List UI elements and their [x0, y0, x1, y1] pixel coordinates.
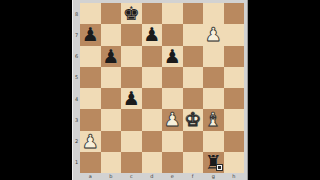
square-d1[interactable]	[142, 152, 163, 173]
square-c8[interactable]: ♚	[121, 3, 142, 24]
square-c1[interactable]	[121, 152, 142, 173]
rank-label-1: 1	[73, 152, 80, 173]
piece-black-pawn[interactable]: ♟	[80, 24, 101, 45]
square-f1[interactable]	[183, 152, 204, 173]
square-g2[interactable]	[203, 131, 224, 152]
square-g4[interactable]	[203, 88, 224, 109]
square-d5[interactable]	[142, 67, 163, 88]
square-g6[interactable]	[203, 46, 224, 67]
square-d6[interactable]	[142, 46, 163, 67]
square-h8[interactable]	[224, 3, 245, 24]
rank-label-3: 3	[73, 109, 80, 130]
square-h5[interactable]	[224, 67, 245, 88]
square-h7[interactable]	[224, 24, 245, 45]
square-e4[interactable]	[162, 88, 183, 109]
square-c3[interactable]	[121, 109, 142, 130]
file-label-c: c	[121, 173, 142, 180]
square-g7[interactable]: ♟	[203, 24, 224, 45]
square-a6[interactable]	[80, 46, 101, 67]
square-d3[interactable]	[142, 109, 163, 130]
square-b8[interactable]	[101, 3, 122, 24]
piece-black-pawn[interactable]: ♟	[101, 46, 122, 67]
annotation-badge	[216, 164, 223, 171]
annotation-badge-mark	[218, 166, 221, 169]
square-d4[interactable]	[142, 88, 163, 109]
square-c4[interactable]: ♟	[121, 88, 142, 109]
rank-label-7: 7	[73, 24, 80, 45]
square-e7[interactable]	[162, 24, 183, 45]
square-h2[interactable]	[224, 131, 245, 152]
rank-labels: 87654321	[73, 3, 80, 173]
square-b1[interactable]	[101, 152, 122, 173]
square-e8[interactable]	[162, 3, 183, 24]
square-f6[interactable]	[183, 46, 204, 67]
square-f7[interactable]	[183, 24, 204, 45]
square-f5[interactable]	[183, 67, 204, 88]
rank-label-6: 6	[73, 46, 80, 67]
square-b4[interactable]	[101, 88, 122, 109]
square-h4[interactable]	[224, 88, 245, 109]
square-d2[interactable]	[142, 131, 163, 152]
square-e6[interactable]: ♟	[162, 46, 183, 67]
page-background: 87654321 ♚♟♟♟♟♟♟♟♚♝♟♜ abcdefgh	[0, 0, 320, 180]
square-h1[interactable]	[224, 152, 245, 173]
board-frame: 87654321 ♚♟♟♟♟♟♟♟♚♝♟♜ abcdefgh	[72, 0, 248, 180]
square-f8[interactable]	[183, 3, 204, 24]
square-g5[interactable]	[203, 67, 224, 88]
piece-black-king[interactable]: ♚	[121, 3, 142, 24]
square-a1[interactable]	[80, 152, 101, 173]
square-a2[interactable]: ♟	[80, 131, 101, 152]
square-a7[interactable]: ♟	[80, 24, 101, 45]
square-a5[interactable]	[80, 67, 101, 88]
piece-white-king[interactable]: ♚	[183, 109, 204, 130]
file-label-b: b	[101, 173, 122, 180]
piece-white-pawn[interactable]: ♟	[162, 109, 183, 130]
square-b6[interactable]: ♟	[101, 46, 122, 67]
square-e2[interactable]	[162, 131, 183, 152]
square-d8[interactable]	[142, 3, 163, 24]
square-g3[interactable]: ♝	[203, 109, 224, 130]
square-a4[interactable]	[80, 88, 101, 109]
square-g8[interactable]	[203, 3, 224, 24]
piece-white-pawn[interactable]: ♟	[203, 24, 224, 45]
file-labels: abcdefgh	[80, 173, 244, 180]
square-a8[interactable]	[80, 3, 101, 24]
square-e1[interactable]	[162, 152, 183, 173]
square-f4[interactable]	[183, 88, 204, 109]
square-e3[interactable]: ♟	[162, 109, 183, 130]
square-f3[interactable]: ♚	[183, 109, 204, 130]
square-f2[interactable]	[183, 131, 204, 152]
rank-label-8: 8	[73, 3, 80, 24]
file-label-f: f	[183, 173, 204, 180]
square-b3[interactable]	[101, 109, 122, 130]
square-h3[interactable]	[224, 109, 245, 130]
piece-white-pawn[interactable]: ♟	[80, 131, 101, 152]
piece-white-bishop[interactable]: ♝	[203, 109, 224, 130]
square-a3[interactable]	[80, 109, 101, 130]
square-c5[interactable]	[121, 67, 142, 88]
chess-board: ♚♟♟♟♟♟♟♟♚♝♟♜	[80, 3, 244, 173]
square-c7[interactable]	[121, 24, 142, 45]
square-e5[interactable]	[162, 67, 183, 88]
square-c6[interactable]	[121, 46, 142, 67]
file-label-d: d	[142, 173, 163, 180]
square-d7[interactable]: ♟	[142, 24, 163, 45]
piece-black-pawn[interactable]: ♟	[142, 24, 163, 45]
square-c2[interactable]	[121, 131, 142, 152]
square-h6[interactable]	[224, 46, 245, 67]
file-label-h: h	[224, 173, 245, 180]
square-b2[interactable]	[101, 131, 122, 152]
file-label-a: a	[80, 173, 101, 180]
rank-label-2: 2	[73, 131, 80, 152]
square-b7[interactable]	[101, 24, 122, 45]
file-label-e: e	[162, 173, 183, 180]
square-b5[interactable]	[101, 67, 122, 88]
square-g1[interactable]: ♜	[203, 152, 224, 173]
file-label-g: g	[203, 173, 224, 180]
piece-black-pawn[interactable]: ♟	[162, 46, 183, 67]
rank-label-5: 5	[73, 67, 80, 88]
piece-black-pawn[interactable]: ♟	[121, 88, 142, 109]
rank-label-4: 4	[73, 88, 80, 109]
